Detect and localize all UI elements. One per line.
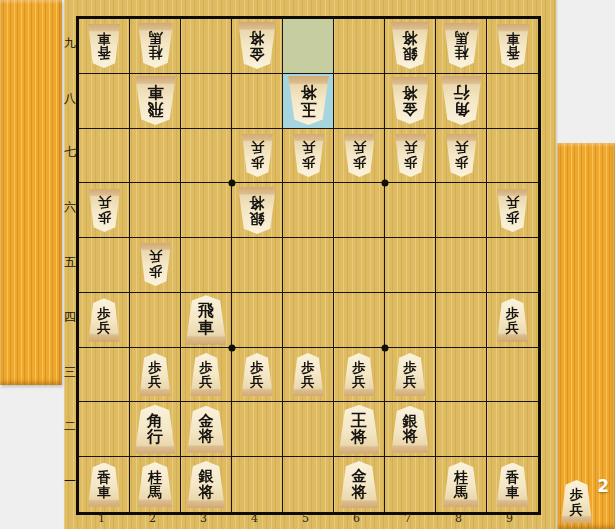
piece-kanji: 将 bbox=[403, 30, 418, 46]
piece-kanji: 歩 bbox=[148, 360, 162, 374]
board-cell[interactable]: 香車 bbox=[487, 457, 538, 512]
board-cell[interactable]: 香車 bbox=[79, 457, 130, 512]
piece-kanji: 歩 bbox=[403, 360, 417, 374]
board-cell[interactable] bbox=[79, 238, 130, 293]
board-cell[interactable]: 桂馬 bbox=[436, 19, 487, 74]
board-cell[interactable]: 香車 bbox=[79, 19, 130, 74]
board-cell[interactable]: 歩兵 bbox=[487, 293, 538, 348]
file-label: 1 bbox=[76, 509, 127, 527]
piece-kanji: 桂 bbox=[454, 470, 468, 485]
board-cell[interactable]: 歩兵 bbox=[79, 183, 130, 238]
file-label: 2 bbox=[127, 509, 178, 527]
file-label: 4 bbox=[229, 509, 280, 527]
board-cell[interactable] bbox=[334, 293, 385, 348]
piece-kanji: 将 bbox=[199, 485, 214, 501]
board-cell[interactable] bbox=[283, 183, 334, 238]
board-cell[interactable]: 金将 bbox=[385, 74, 436, 129]
board-cell[interactable] bbox=[130, 129, 181, 184]
piece-kanji: 角 bbox=[453, 101, 469, 118]
board-cell[interactable] bbox=[181, 19, 232, 74]
piece-kanji: 香 bbox=[506, 470, 520, 484]
shogi-piece-gold[interactable]: 金将 bbox=[237, 22, 277, 69]
opponent-komadai bbox=[0, 0, 62, 385]
piece-kanji: 兵 bbox=[403, 374, 417, 388]
board-cell[interactable]: 歩兵 bbox=[181, 348, 232, 403]
board-cell[interactable] bbox=[487, 238, 538, 293]
shogi-piece-pawn[interactable]: 歩兵 bbox=[88, 298, 121, 341]
board-cell[interactable]: 銀将 bbox=[385, 19, 436, 74]
piece-kanji: 歩 bbox=[352, 155, 366, 169]
piece-kanji: 将 bbox=[403, 429, 418, 445]
file-label: 6 bbox=[331, 509, 382, 527]
piece-kanji: 歩 bbox=[454, 155, 468, 169]
board-cell[interactable] bbox=[385, 457, 436, 512]
board-cell[interactable]: 歩兵 bbox=[130, 348, 181, 403]
piece-kanji: 歩 bbox=[301, 155, 315, 169]
shogi-piece-pawn[interactable]: 歩兵 bbox=[496, 298, 529, 341]
shogi-piece-pawn[interactable]: 歩兵 bbox=[292, 134, 325, 177]
rank-label: 六 bbox=[64, 180, 76, 235]
board-cell[interactable] bbox=[334, 74, 385, 129]
shogi-piece-pawn[interactable]: 歩兵 bbox=[394, 134, 427, 177]
piece-kanji: 将 bbox=[250, 195, 265, 211]
board-cell[interactable] bbox=[487, 129, 538, 184]
piece-kanji: 車 bbox=[147, 84, 163, 101]
piece-kanji: 将 bbox=[199, 429, 214, 445]
board-cell[interactable] bbox=[283, 457, 334, 512]
board-cell[interactable] bbox=[283, 293, 334, 348]
piece-kanji: 銀 bbox=[403, 46, 418, 62]
board-cell[interactable]: 桂馬 bbox=[130, 457, 181, 512]
piece-kanji: 歩 bbox=[570, 487, 584, 501]
piece-kanji: 兵 bbox=[352, 141, 366, 155]
board-cell[interactable] bbox=[232, 293, 283, 348]
piece-kanji: 兵 bbox=[301, 374, 315, 388]
board-cell[interactable]: 香車 bbox=[487, 19, 538, 74]
board-cell[interactable] bbox=[436, 238, 487, 293]
piece-kanji: 兵 bbox=[97, 320, 111, 334]
piece-kanji: 兵 bbox=[250, 374, 264, 388]
piece-kanji: 香 bbox=[506, 46, 520, 60]
piece-kanji: 飛 bbox=[147, 101, 163, 118]
shogi-piece-silver[interactable]: 銀将 bbox=[390, 406, 430, 453]
board-cell[interactable] bbox=[232, 402, 283, 457]
shogi-piece-pawn[interactable]: 歩兵 bbox=[496, 189, 529, 232]
board-cell[interactable] bbox=[334, 183, 385, 238]
board-cell[interactable] bbox=[436, 348, 487, 403]
board-cell[interactable]: 金将 bbox=[232, 19, 283, 74]
shogi-piece-knight[interactable]: 桂馬 bbox=[137, 23, 174, 68]
piece-kanji: 将 bbox=[250, 30, 265, 46]
shogi-piece-bishop[interactable]: 角行 bbox=[440, 76, 483, 125]
piece-kanji: 将 bbox=[300, 84, 316, 101]
file-labels: 123456789 bbox=[76, 509, 535, 527]
file-label: 7 bbox=[382, 509, 433, 527]
piece-kanji: 兵 bbox=[97, 196, 111, 210]
shogi-piece-bishop[interactable]: 角行 bbox=[134, 405, 177, 454]
shogi-piece-king[interactable]: 王将 bbox=[338, 405, 381, 454]
board-cell[interactable]: 歩兵 bbox=[232, 348, 283, 403]
board-cell[interactable]: 飛車 bbox=[181, 293, 232, 348]
piece-kanji: 歩 bbox=[352, 360, 366, 374]
board-cell[interactable] bbox=[487, 402, 538, 457]
piece-kanji: 歩 bbox=[199, 360, 213, 374]
shogi-piece-king[interactable]: 玉将 bbox=[287, 76, 330, 125]
shogi-piece-lance[interactable]: 香車 bbox=[496, 24, 530, 68]
piece-kanji: 兵 bbox=[250, 141, 264, 155]
shogi-piece-pawn[interactable]: 歩兵 bbox=[241, 353, 274, 396]
board-cell[interactable] bbox=[334, 238, 385, 293]
piece-kanji: 馬 bbox=[148, 485, 162, 500]
board-cell[interactable] bbox=[385, 293, 436, 348]
board-cell[interactable]: 歩兵 bbox=[283, 129, 334, 184]
board-grid: 香車桂馬金将銀将桂馬香車飛車玉将金将角行歩兵歩兵歩兵歩兵歩兵歩兵銀将歩兵歩兵歩兵… bbox=[76, 16, 541, 515]
rank-label: 九 bbox=[64, 16, 76, 71]
shogi-board: 九八七六五四三二一 香車桂馬金将銀将桂馬香車飛車玉将金将角行歩兵歩兵歩兵歩兵歩兵… bbox=[64, 0, 556, 529]
last-move-to-square[interactable]: 玉将 bbox=[283, 74, 334, 129]
piece-kanji: 歩 bbox=[250, 155, 264, 169]
board-cell[interactable]: 桂馬 bbox=[130, 19, 181, 74]
board-cell[interactable]: 王将 bbox=[334, 402, 385, 457]
piece-kanji: 将 bbox=[351, 429, 367, 446]
shogi-piece-pawn[interactable]: 歩兵 bbox=[190, 353, 223, 396]
board-cell[interactable] bbox=[79, 129, 130, 184]
shogi-piece-rook[interactable]: 飛車 bbox=[185, 295, 228, 344]
board-cell[interactable] bbox=[130, 183, 181, 238]
file-label: 8 bbox=[433, 509, 484, 527]
board-cell[interactable] bbox=[436, 293, 487, 348]
board-cell[interactable] bbox=[181, 129, 232, 184]
shogi-piece-knight[interactable]: 桂馬 bbox=[443, 462, 480, 507]
piece-kanji: 香 bbox=[97, 470, 111, 484]
shogi-piece-pawn[interactable]: 歩兵 bbox=[292, 353, 325, 396]
hoshi-dot bbox=[229, 344, 236, 351]
piece-kanji: 車 bbox=[97, 32, 111, 46]
piece-kanji: 歩 bbox=[403, 155, 417, 169]
piece-kanji: 兵 bbox=[352, 374, 366, 388]
hand-pawn-count: 2 bbox=[597, 476, 609, 496]
rank-label: 一 bbox=[64, 454, 76, 509]
piece-kanji: 桂 bbox=[148, 470, 162, 485]
piece-kanji: 兵 bbox=[148, 251, 162, 265]
piece-kanji: 将 bbox=[403, 85, 418, 101]
piece-kanji: 兵 bbox=[506, 196, 520, 210]
board-cell[interactable]: 歩兵 bbox=[436, 129, 487, 184]
piece-kanji: 兵 bbox=[506, 320, 520, 334]
piece-kanji: 馬 bbox=[148, 31, 162, 46]
board-cell[interactable] bbox=[130, 293, 181, 348]
rank-label: 七 bbox=[64, 126, 76, 181]
board-cell[interactable] bbox=[181, 183, 232, 238]
shogi-piece-pawn[interactable]: 歩兵 bbox=[394, 353, 427, 396]
hoshi-dot bbox=[382, 180, 389, 187]
board-cell[interactable]: 銀将 bbox=[232, 183, 283, 238]
board-cell[interactable]: 銀将 bbox=[385, 402, 436, 457]
rank-label: 四 bbox=[64, 290, 76, 345]
shogi-piece-pawn[interactable]: 歩兵 bbox=[560, 480, 593, 523]
shogi-piece-pawn[interactable]: 歩兵 bbox=[139, 353, 172, 396]
board-cell[interactable] bbox=[79, 402, 130, 457]
piece-kanji: 車 bbox=[506, 32, 520, 46]
board-cell[interactable]: 歩兵 bbox=[79, 293, 130, 348]
piece-kanji: 兵 bbox=[199, 374, 213, 388]
piece-kanji: 行 bbox=[147, 429, 163, 446]
board-cell[interactable] bbox=[181, 238, 232, 293]
board-cell[interactable]: 金将 bbox=[334, 457, 385, 512]
shogi-piece-knight[interactable]: 桂馬 bbox=[443, 23, 480, 68]
shogi-piece-lance[interactable]: 香車 bbox=[87, 463, 121, 507]
file-label: 5 bbox=[280, 509, 331, 527]
board-cell[interactable] bbox=[232, 457, 283, 512]
shogi-piece-pawn[interactable]: 歩兵 bbox=[241, 134, 274, 177]
rank-label: 八 bbox=[64, 71, 76, 126]
board-cell[interactable]: 銀将 bbox=[181, 457, 232, 512]
piece-kanji: 香 bbox=[97, 46, 111, 60]
piece-kanji: 歩 bbox=[97, 210, 111, 224]
board-cell[interactable]: 飛車 bbox=[130, 74, 181, 129]
board-cell[interactable] bbox=[181, 74, 232, 129]
board-cell[interactable]: 歩兵 bbox=[385, 348, 436, 403]
piece-kanji: 兵 bbox=[570, 502, 584, 516]
board-cell[interactable] bbox=[385, 183, 436, 238]
board-cell[interactable] bbox=[232, 238, 283, 293]
last-move-from-square[interactable] bbox=[283, 19, 334, 74]
piece-kanji: 将 bbox=[352, 485, 367, 501]
piece-kanji: 金 bbox=[250, 46, 265, 62]
board-cell[interactable] bbox=[79, 348, 130, 403]
board-cell[interactable]: 歩兵 bbox=[385, 129, 436, 184]
player-komadai: 歩兵 2 bbox=[557, 143, 615, 529]
shogi-piece-pawn[interactable]: 歩兵 bbox=[88, 189, 121, 232]
piece-kanji: 兵 bbox=[454, 141, 468, 155]
shogi-piece-gold[interactable]: 金将 bbox=[186, 406, 226, 453]
piece-kanji: 桂 bbox=[148, 46, 162, 61]
rank-label: 二 bbox=[64, 399, 76, 454]
shogi-piece-lance[interactable]: 香車 bbox=[87, 24, 121, 68]
shogi-piece-lance[interactable]: 香車 bbox=[496, 463, 530, 507]
file-label: 9 bbox=[484, 509, 535, 527]
hoshi-dot bbox=[229, 180, 236, 187]
shogi-piece-gold[interactable]: 金将 bbox=[339, 461, 379, 508]
board-cell[interactable] bbox=[487, 74, 538, 129]
piece-kanji: 歩 bbox=[301, 360, 315, 374]
shogi-piece-pawn[interactable]: 歩兵 bbox=[445, 134, 478, 177]
shogi-piece-rook[interactable]: 飛車 bbox=[134, 76, 177, 125]
board-cell[interactable]: 角行 bbox=[130, 402, 181, 457]
board-cell[interactable]: 歩兵 bbox=[130, 238, 181, 293]
rank-labels: 九八七六五四三二一 bbox=[64, 16, 76, 509]
piece-kanji: 歩 bbox=[250, 360, 264, 374]
piece-kanji: 桂 bbox=[454, 46, 468, 61]
file-label: 3 bbox=[178, 509, 229, 527]
player-hand-pawn[interactable]: 歩兵 bbox=[560, 480, 593, 523]
piece-kanji: 歩 bbox=[148, 265, 162, 279]
piece-kanji: 銀 bbox=[250, 210, 265, 226]
shogi-piece-pawn[interactable]: 歩兵 bbox=[343, 353, 376, 396]
piece-kanji: 行 bbox=[453, 84, 469, 101]
shogi-piece-silver[interactable]: 銀将 bbox=[186, 461, 226, 508]
board-cell[interactable]: 角行 bbox=[436, 74, 487, 129]
shogi-piece-gold[interactable]: 金将 bbox=[390, 77, 430, 124]
piece-kanji: 馬 bbox=[454, 485, 468, 500]
board-cell[interactable] bbox=[79, 74, 130, 129]
board-cell[interactable] bbox=[436, 183, 487, 238]
board-cell[interactable] bbox=[487, 348, 538, 403]
piece-kanji: 馬 bbox=[454, 31, 468, 46]
board-cell[interactable]: 歩兵 bbox=[232, 129, 283, 184]
board-cell[interactable]: 桂馬 bbox=[436, 457, 487, 512]
board-cell[interactable] bbox=[232, 74, 283, 129]
board-cell[interactable]: 歩兵 bbox=[283, 348, 334, 403]
piece-kanji: 兵 bbox=[301, 141, 315, 155]
piece-kanji: 金 bbox=[403, 101, 418, 117]
shogi-piece-knight[interactable]: 桂馬 bbox=[137, 462, 174, 507]
board-cell[interactable]: 金将 bbox=[181, 402, 232, 457]
board-cell[interactable]: 歩兵 bbox=[487, 183, 538, 238]
piece-kanji: 車 bbox=[198, 320, 214, 337]
piece-kanji: 兵 bbox=[403, 141, 417, 155]
rank-label: 三 bbox=[64, 345, 76, 400]
piece-kanji: 車 bbox=[506, 485, 520, 499]
piece-kanji: 歩 bbox=[506, 210, 520, 224]
shogi-piece-silver[interactable]: 銀将 bbox=[237, 187, 277, 234]
board-cell[interactable]: 歩兵 bbox=[334, 348, 385, 403]
shogi-piece-pawn[interactable]: 歩兵 bbox=[343, 134, 376, 177]
board-cell[interactable] bbox=[283, 238, 334, 293]
piece-kanji: 歩 bbox=[97, 306, 111, 320]
shogi-piece-silver[interactable]: 銀将 bbox=[390, 22, 430, 69]
board-cell[interactable]: 歩兵 bbox=[334, 129, 385, 184]
board-cell[interactable] bbox=[334, 19, 385, 74]
piece-kanji: 車 bbox=[97, 485, 111, 499]
board-cell[interactable] bbox=[436, 402, 487, 457]
piece-kanji: 兵 bbox=[148, 374, 162, 388]
board-cell[interactable] bbox=[283, 402, 334, 457]
rank-label: 五 bbox=[64, 235, 76, 290]
piece-kanji: 玉 bbox=[300, 101, 316, 118]
hoshi-dot bbox=[382, 344, 389, 351]
board-cell[interactable] bbox=[385, 238, 436, 293]
shogi-piece-pawn[interactable]: 歩兵 bbox=[139, 243, 172, 286]
piece-kanji: 歩 bbox=[506, 306, 520, 320]
